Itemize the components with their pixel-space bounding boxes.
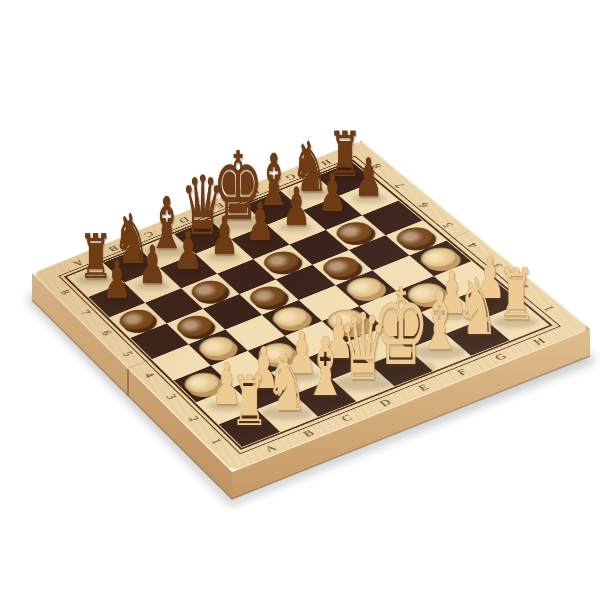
chess-set-photo: AABBCCDDEEFFGGHH1122334455667788 ♜♞♝♛♚♝♞… [0, 0, 600, 600]
piece-light-rook-a1[interactable]: ♜ [228, 367, 270, 436]
piece-dark-pawn-h7[interactable]: ♟ [353, 152, 385, 205]
piece-dark-pawn-e7[interactable]: ♟ [244, 196, 276, 249]
piece-dark-pawn-a7[interactable]: ♟ [101, 254, 133, 307]
piece-dark-pawn-b7[interactable]: ♟ [137, 239, 169, 292]
piece-dark-pawn-g7[interactable]: ♟ [316, 166, 348, 219]
piece-light-knight-b1[interactable]: ♞ [264, 345, 311, 423]
piece-dark-pawn-f7[interactable]: ♟ [280, 181, 312, 234]
piece-light-rook-h1[interactable]: ♜ [495, 260, 537, 330]
piece-dark-pawn-d7[interactable]: ♟ [208, 210, 240, 263]
piece-dark-pawn-c7[interactable]: ♟ [173, 225, 205, 278]
